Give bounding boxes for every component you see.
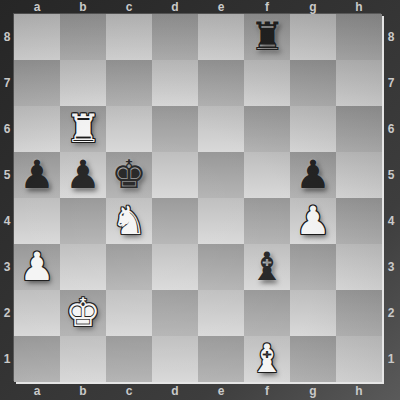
chess-board-frame: abcdefgh abcdefgh 87654321 87654321 ♜♜♟♟…	[0, 0, 400, 400]
piece-white-rook-b6[interactable]: ♜	[66, 109, 101, 148]
square-d6[interactable]	[152, 106, 198, 152]
square-d5[interactable]	[152, 152, 198, 198]
square-h1[interactable]	[336, 336, 382, 382]
square-f3[interactable]: ♝	[244, 244, 290, 290]
square-e5[interactable]	[198, 152, 244, 198]
square-a5[interactable]: ♟	[14, 152, 60, 198]
square-h3[interactable]	[336, 244, 382, 290]
file-label-c: c	[106, 382, 152, 400]
file-label-h: h	[336, 0, 382, 14]
rank-labels-right: 87654321	[382, 14, 400, 382]
rank-label-4: 4	[0, 198, 14, 244]
square-e4[interactable]	[198, 198, 244, 244]
square-g7[interactable]	[290, 60, 336, 106]
file-labels-top: abcdefgh	[14, 0, 382, 14]
square-c3[interactable]	[106, 244, 152, 290]
file-labels-bottom: abcdefgh	[14, 382, 382, 400]
rank-label-6: 6	[382, 106, 400, 152]
rank-label-5: 5	[0, 152, 14, 198]
square-g6[interactable]	[290, 106, 336, 152]
rank-label-4: 4	[382, 198, 400, 244]
file-label-c: c	[106, 0, 152, 14]
square-e6[interactable]	[198, 106, 244, 152]
square-e1[interactable]	[198, 336, 244, 382]
piece-black-pawn-b5[interactable]: ♟	[66, 155, 101, 194]
square-a7[interactable]	[14, 60, 60, 106]
file-label-a: a	[14, 382, 60, 400]
square-c2[interactable]	[106, 290, 152, 336]
square-e7[interactable]	[198, 60, 244, 106]
rank-label-1: 1	[382, 336, 400, 382]
square-h5[interactable]	[336, 152, 382, 198]
file-label-b: b	[60, 382, 106, 400]
square-g1[interactable]	[290, 336, 336, 382]
file-label-f: f	[244, 0, 290, 14]
file-label-e: e	[198, 0, 244, 14]
square-c7[interactable]	[106, 60, 152, 106]
rank-labels-left: 87654321	[0, 14, 14, 382]
file-label-d: d	[152, 0, 198, 14]
rank-label-7: 7	[382, 60, 400, 106]
square-a1[interactable]	[14, 336, 60, 382]
square-h7[interactable]	[336, 60, 382, 106]
square-d3[interactable]	[152, 244, 198, 290]
square-c4[interactable]: ♞	[106, 198, 152, 244]
square-h8[interactable]	[336, 14, 382, 60]
square-a2[interactable]	[14, 290, 60, 336]
piece-black-king-c5[interactable]: ♚	[112, 155, 147, 194]
rank-label-8: 8	[0, 14, 14, 60]
square-g3[interactable]	[290, 244, 336, 290]
rank-label-7: 7	[0, 60, 14, 106]
file-label-h: h	[336, 382, 382, 400]
chess-board: ♜♜♟♟♚♟♞♟♟♝♚♝	[14, 14, 382, 382]
square-e2[interactable]	[198, 290, 244, 336]
square-b8[interactable]	[60, 14, 106, 60]
piece-black-bishop-f3[interactable]: ♝	[250, 247, 285, 286]
square-b2[interactable]: ♚	[60, 290, 106, 336]
square-f2[interactable]	[244, 290, 290, 336]
square-h2[interactable]	[336, 290, 382, 336]
square-a4[interactable]	[14, 198, 60, 244]
square-f1[interactable]: ♝	[244, 336, 290, 382]
square-a8[interactable]	[14, 14, 60, 60]
file-label-g: g	[290, 382, 336, 400]
square-b7[interactable]	[60, 60, 106, 106]
rank-label-2: 2	[382, 290, 400, 336]
square-b1[interactable]	[60, 336, 106, 382]
square-h6[interactable]	[336, 106, 382, 152]
piece-black-pawn-g5[interactable]: ♟	[296, 155, 331, 194]
square-b3[interactable]	[60, 244, 106, 290]
piece-white-king-b2[interactable]: ♚	[66, 293, 101, 332]
rank-label-5: 5	[382, 152, 400, 198]
square-f6[interactable]	[244, 106, 290, 152]
file-label-d: d	[152, 382, 198, 400]
square-f5[interactable]	[244, 152, 290, 198]
square-e8[interactable]	[198, 14, 244, 60]
piece-black-pawn-a5[interactable]: ♟	[20, 155, 55, 194]
rank-label-8: 8	[382, 14, 400, 60]
square-g2[interactable]	[290, 290, 336, 336]
square-h4[interactable]	[336, 198, 382, 244]
rank-label-1: 1	[0, 336, 14, 382]
square-d1[interactable]	[152, 336, 198, 382]
rank-label-3: 3	[0, 244, 14, 290]
square-a6[interactable]	[14, 106, 60, 152]
rank-label-3: 3	[382, 244, 400, 290]
square-c6[interactable]	[106, 106, 152, 152]
piece-white-pawn-g4[interactable]: ♟	[296, 201, 331, 240]
square-c8[interactable]	[106, 14, 152, 60]
square-d2[interactable]	[152, 290, 198, 336]
piece-white-pawn-a3[interactable]: ♟	[20, 247, 55, 286]
square-a3[interactable]: ♟	[14, 244, 60, 290]
square-d4[interactable]	[152, 198, 198, 244]
square-f4[interactable]	[244, 198, 290, 244]
rank-label-6: 6	[0, 106, 14, 152]
square-e3[interactable]	[198, 244, 244, 290]
square-b6[interactable]: ♜	[60, 106, 106, 152]
file-label-g: g	[290, 0, 336, 14]
file-label-f: f	[244, 382, 290, 400]
file-label-e: e	[198, 382, 244, 400]
square-g8[interactable]	[290, 14, 336, 60]
square-b4[interactable]	[60, 198, 106, 244]
file-label-a: a	[14, 0, 60, 14]
square-c1[interactable]	[106, 336, 152, 382]
square-g4[interactable]: ♟	[290, 198, 336, 244]
square-f7[interactable]	[244, 60, 290, 106]
square-f8[interactable]: ♜	[244, 14, 290, 60]
piece-white-bishop-f1[interactable]: ♝	[250, 339, 285, 378]
file-label-b: b	[60, 0, 106, 14]
square-d7[interactable]	[152, 60, 198, 106]
piece-white-knight-c4[interactable]: ♞	[112, 201, 147, 240]
rank-label-2: 2	[0, 290, 14, 336]
square-b5[interactable]: ♟	[60, 152, 106, 198]
square-g5[interactable]: ♟	[290, 152, 336, 198]
square-c5[interactable]: ♚	[106, 152, 152, 198]
piece-black-rook-f8[interactable]: ♜	[250, 17, 285, 56]
square-d8[interactable]	[152, 14, 198, 60]
